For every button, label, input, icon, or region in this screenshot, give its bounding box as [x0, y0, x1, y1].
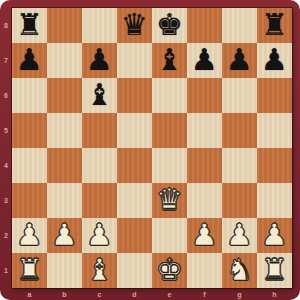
square-e2[interactable]: [152, 218, 187, 253]
file-label-g: g: [222, 288, 257, 300]
chessboard-frame: 87654321 ♜♛♚♜♟♟♝♟♟♟♝♛♟♟♟♟♟♟♜♝♚♞♜ abcdefg…: [0, 0, 300, 300]
square-c1[interactable]: ♝: [82, 253, 117, 288]
square-h3[interactable]: [257, 183, 292, 218]
file-label-c: c: [82, 288, 117, 300]
square-f1[interactable]: [187, 253, 222, 288]
piece-black-pawn-g7[interactable]: ♟: [226, 42, 253, 77]
file-label-h: h: [257, 288, 292, 300]
square-f7[interactable]: ♟: [187, 43, 222, 78]
square-h5[interactable]: [257, 113, 292, 148]
piece-black-queen-d8[interactable]: ♛: [121, 7, 148, 42]
square-g5[interactable]: [222, 113, 257, 148]
square-d8[interactable]: ♛: [117, 8, 152, 43]
file-label-e: e: [152, 288, 187, 300]
square-c5[interactable]: [82, 113, 117, 148]
square-b4[interactable]: [47, 148, 82, 183]
square-a5[interactable]: [12, 113, 47, 148]
piece-white-pawn-f2[interactable]: ♟: [191, 217, 218, 252]
rank-labels: 87654321: [0, 8, 12, 288]
square-b1[interactable]: [47, 253, 82, 288]
file-label-a: a: [12, 288, 47, 300]
piece-black-pawn-c7[interactable]: ♟: [86, 42, 113, 77]
square-d3[interactable]: [117, 183, 152, 218]
square-e4[interactable]: [152, 148, 187, 183]
square-d4[interactable]: [117, 148, 152, 183]
piece-white-pawn-h2[interactable]: ♟: [261, 217, 288, 252]
square-f3[interactable]: [187, 183, 222, 218]
file-labels: abcdefgh: [12, 288, 292, 300]
square-e6[interactable]: [152, 78, 187, 113]
chessboard: ♜♛♚♜♟♟♝♟♟♟♝♛♟♟♟♟♟♟♜♝♚♞♜: [12, 8, 292, 288]
square-c6[interactable]: ♝: [82, 78, 117, 113]
square-a7[interactable]: ♟: [12, 43, 47, 78]
square-c3[interactable]: [82, 183, 117, 218]
rank-label-8: 8: [0, 8, 12, 43]
square-b8[interactable]: [47, 8, 82, 43]
square-g4[interactable]: [222, 148, 257, 183]
piece-white-pawn-a2[interactable]: ♟: [16, 217, 43, 252]
square-a3[interactable]: [12, 183, 47, 218]
square-e8[interactable]: ♚: [152, 8, 187, 43]
square-c8[interactable]: [82, 8, 117, 43]
square-e7[interactable]: ♝: [152, 43, 187, 78]
square-f6[interactable]: [187, 78, 222, 113]
square-h6[interactable]: [257, 78, 292, 113]
square-a8[interactable]: ♜: [12, 8, 47, 43]
rank-label-7: 7: [0, 43, 12, 78]
square-c4[interactable]: [82, 148, 117, 183]
piece-black-pawn-f7[interactable]: ♟: [191, 42, 218, 77]
square-d5[interactable]: [117, 113, 152, 148]
piece-black-rook-a8[interactable]: ♜: [16, 7, 43, 42]
square-e1[interactable]: ♚: [152, 253, 187, 288]
piece-white-pawn-c2[interactable]: ♟: [86, 217, 113, 252]
square-h1[interactable]: ♜: [257, 253, 292, 288]
piece-white-queen-e3[interactable]: ♛: [156, 182, 183, 217]
square-b3[interactable]: [47, 183, 82, 218]
piece-white-pawn-g2[interactable]: ♟: [226, 217, 253, 252]
square-h7[interactable]: ♟: [257, 43, 292, 78]
square-c2[interactable]: ♟: [82, 218, 117, 253]
square-f5[interactable]: [187, 113, 222, 148]
rank-label-5: 5: [0, 113, 12, 148]
square-g1[interactable]: ♞: [222, 253, 257, 288]
piece-white-rook-h1[interactable]: ♜: [261, 252, 288, 287]
square-b6[interactable]: [47, 78, 82, 113]
rank-label-4: 4: [0, 148, 12, 183]
square-h8[interactable]: ♜: [257, 8, 292, 43]
piece-black-bishop-e7[interactable]: ♝: [156, 42, 183, 77]
piece-white-pawn-b2[interactable]: ♟: [51, 217, 78, 252]
square-h4[interactable]: [257, 148, 292, 183]
square-d1[interactable]: [117, 253, 152, 288]
square-a1[interactable]: ♜: [12, 253, 47, 288]
rank-label-2: 2: [0, 218, 12, 253]
square-a2[interactable]: ♟: [12, 218, 47, 253]
square-f2[interactable]: ♟: [187, 218, 222, 253]
piece-white-knight-g1[interactable]: ♞: [226, 252, 253, 287]
square-g3[interactable]: [222, 183, 257, 218]
square-b5[interactable]: [47, 113, 82, 148]
piece-white-rook-a1[interactable]: ♜: [16, 252, 43, 287]
square-g2[interactable]: ♟: [222, 218, 257, 253]
square-g7[interactable]: ♟: [222, 43, 257, 78]
square-a6[interactable]: [12, 78, 47, 113]
square-b7[interactable]: [47, 43, 82, 78]
piece-black-pawn-h7[interactable]: ♟: [261, 42, 288, 77]
square-f4[interactable]: [187, 148, 222, 183]
piece-black-rook-h8[interactable]: ♜: [261, 7, 288, 42]
piece-black-king-e8[interactable]: ♚: [156, 7, 183, 42]
file-label-b: b: [47, 288, 82, 300]
square-g6[interactable]: [222, 78, 257, 113]
square-f8[interactable]: [187, 8, 222, 43]
square-b2[interactable]: ♟: [47, 218, 82, 253]
square-a4[interactable]: [12, 148, 47, 183]
rank-label-6: 6: [0, 78, 12, 113]
square-e3[interactable]: ♛: [152, 183, 187, 218]
square-e5[interactable]: [152, 113, 187, 148]
file-label-f: f: [187, 288, 222, 300]
piece-black-pawn-a7[interactable]: ♟: [16, 42, 43, 77]
square-d7[interactable]: [117, 43, 152, 78]
square-d2[interactable]: [117, 218, 152, 253]
file-label-d: d: [117, 288, 152, 300]
square-h2[interactable]: ♟: [257, 218, 292, 253]
square-g8[interactable]: [222, 8, 257, 43]
piece-white-bishop-c1[interactable]: ♝: [86, 252, 113, 287]
piece-white-king-e1[interactable]: ♚: [156, 252, 183, 287]
square-c7[interactable]: ♟: [82, 43, 117, 78]
piece-black-bishop-c6[interactable]: ♝: [86, 77, 113, 112]
square-d6[interactable]: [117, 78, 152, 113]
rank-label-1: 1: [0, 253, 12, 288]
rank-label-3: 3: [0, 183, 12, 218]
